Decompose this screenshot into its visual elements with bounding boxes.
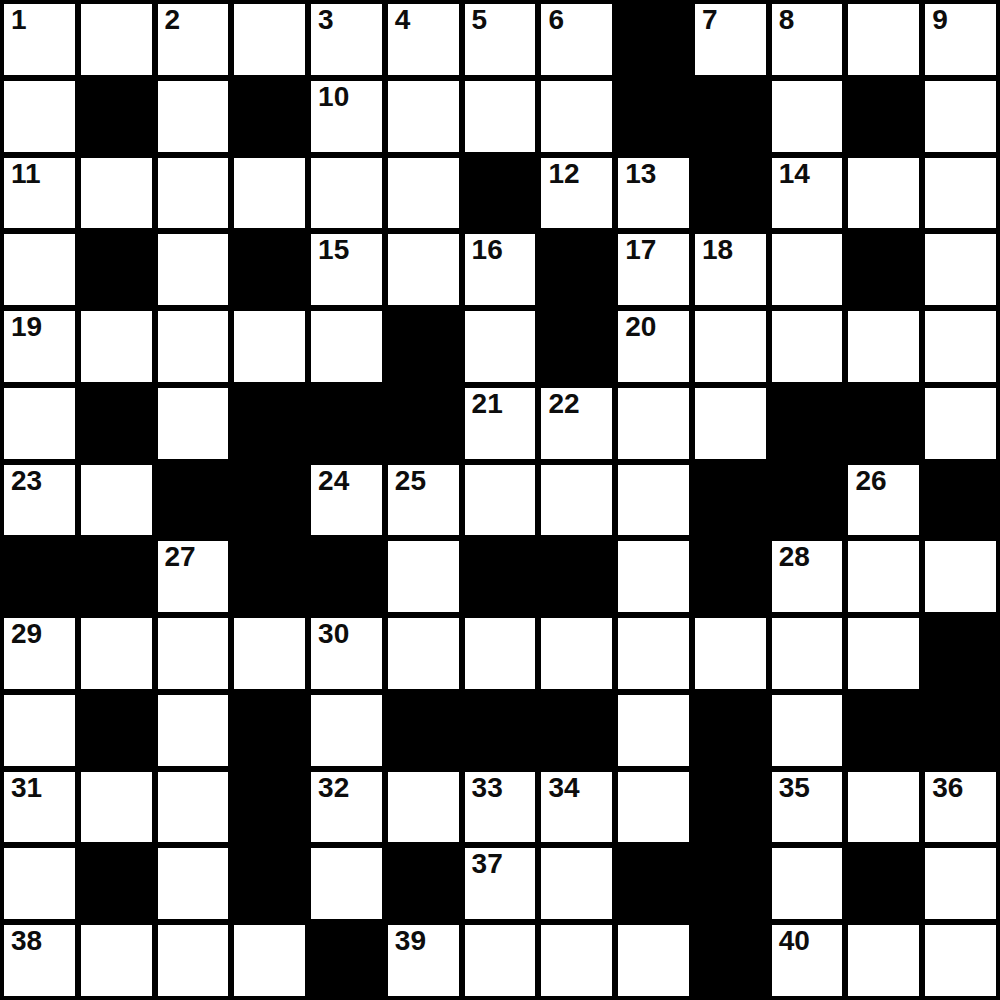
clue-number-17: 17 (625, 235, 656, 266)
cell-r6c1[interactable] (4, 388, 75, 459)
cell-r5c7[interactable] (465, 311, 536, 382)
cell-r1c8[interactable]: 6 (541, 4, 612, 75)
cell-r9c10[interactable] (695, 618, 766, 689)
cell-r10c9[interactable] (618, 695, 689, 766)
black-cell-r1c9 (618, 4, 689, 75)
cell-r6c13[interactable] (925, 388, 996, 459)
cell-r1c3[interactable]: 2 (158, 4, 229, 75)
clue-number-20: 20 (625, 312, 656, 343)
cell-r13c8[interactable] (541, 925, 612, 996)
cell-r11c13[interactable]: 36 (925, 772, 996, 843)
black-cell-r12c6 (388, 848, 459, 919)
cell-r5c1[interactable]: 19 (4, 311, 75, 382)
cell-r8c3[interactable]: 27 (158, 541, 229, 612)
cell-r1c6[interactable]: 4 (388, 4, 459, 75)
clue-number-27: 27 (165, 542, 196, 573)
clue-number-6: 6 (548, 5, 564, 36)
cell-r9c8[interactable] (541, 618, 612, 689)
cell-r3c9[interactable]: 13 (618, 158, 689, 229)
clue-number-12: 12 (548, 159, 579, 190)
cell-r9c4[interactable] (234, 618, 305, 689)
cell-r10c11[interactable] (772, 695, 843, 766)
clue-number-21: 21 (472, 389, 503, 420)
cell-r3c4[interactable] (234, 158, 305, 229)
cell-r7c5[interactable]: 24 (311, 465, 382, 536)
cell-r8c11[interactable]: 28 (772, 541, 843, 612)
black-cell-r2c2 (81, 81, 152, 152)
cell-r7c8[interactable] (541, 465, 612, 536)
black-cell-r2c9 (618, 81, 689, 152)
cell-r5c4[interactable] (234, 311, 305, 382)
black-cell-r12c9 (618, 848, 689, 919)
clue-number-1: 1 (11, 5, 27, 36)
black-cell-r12c12 (848, 848, 919, 919)
cell-r11c8[interactable]: 34 (541, 772, 612, 843)
cell-r9c7[interactable] (465, 618, 536, 689)
black-cell-r8c5 (311, 541, 382, 612)
clue-number-15: 15 (318, 235, 349, 266)
cell-r1c11[interactable]: 8 (772, 4, 843, 75)
cell-r13c6[interactable]: 39 (388, 925, 459, 996)
cell-r2c13[interactable] (925, 81, 996, 152)
clue-number-30: 30 (318, 619, 349, 650)
crossword-grid: 1234567891011121314151617181920212223242… (0, 0, 1000, 1000)
black-cell-r4c4 (234, 234, 305, 305)
black-cell-r10c10 (695, 695, 766, 766)
clue-number-13: 13 (625, 159, 656, 190)
cell-r6c7[interactable]: 21 (465, 388, 536, 459)
cell-r5c3[interactable] (158, 311, 229, 382)
cell-r7c1[interactable]: 23 (4, 465, 75, 536)
black-cell-r10c2 (81, 695, 152, 766)
cell-r6c3[interactable] (158, 388, 229, 459)
cell-r11c3[interactable] (158, 772, 229, 843)
cell-r12c7[interactable]: 37 (465, 848, 536, 919)
clue-number-19: 19 (11, 312, 42, 343)
cell-r9c11[interactable] (772, 618, 843, 689)
cell-r9c12[interactable] (848, 618, 919, 689)
cell-r8c9[interactable] (618, 541, 689, 612)
cell-r2c6[interactable] (388, 81, 459, 152)
cell-r6c8[interactable]: 22 (541, 388, 612, 459)
cell-r4c13[interactable] (925, 234, 996, 305)
cell-r4c7[interactable]: 16 (465, 234, 536, 305)
clue-number-26: 26 (855, 466, 886, 497)
clue-number-8: 8 (779, 5, 795, 36)
cell-r11c6[interactable] (388, 772, 459, 843)
cell-r13c13[interactable] (925, 925, 996, 996)
cell-r1c7[interactable]: 5 (465, 4, 536, 75)
clue-number-2: 2 (165, 5, 181, 36)
black-cell-r2c10 (695, 81, 766, 152)
clue-number-4: 4 (395, 5, 411, 36)
cell-r13c12[interactable] (848, 925, 919, 996)
cell-r11c2[interactable] (81, 772, 152, 843)
cell-r1c4[interactable] (234, 4, 305, 75)
cell-r8c13[interactable] (925, 541, 996, 612)
cell-r3c6[interactable] (388, 158, 459, 229)
black-cell-r8c7 (465, 541, 536, 612)
black-cell-r9c13 (925, 618, 996, 689)
black-cell-r8c8 (541, 541, 612, 612)
black-cell-r6c4 (234, 388, 305, 459)
black-cell-r10c13 (925, 695, 996, 766)
cell-r12c5[interactable] (311, 848, 382, 919)
clue-number-40: 40 (779, 926, 810, 957)
cell-r4c1[interactable] (4, 234, 75, 305)
black-cell-r10c8 (541, 695, 612, 766)
black-cell-r11c10 (695, 772, 766, 843)
black-cell-r8c2 (81, 541, 152, 612)
cell-r13c7[interactable] (465, 925, 536, 996)
black-cell-r4c2 (81, 234, 152, 305)
cell-r2c11[interactable] (772, 81, 843, 152)
cell-r5c5[interactable] (311, 311, 382, 382)
cell-r9c5[interactable]: 30 (311, 618, 382, 689)
clue-number-22: 22 (548, 389, 579, 420)
cell-r2c1[interactable] (4, 81, 75, 152)
cell-r3c3[interactable] (158, 158, 229, 229)
clue-number-28: 28 (779, 542, 810, 573)
black-cell-r10c7 (465, 695, 536, 766)
clue-number-23: 23 (11, 466, 42, 497)
cell-r2c7[interactable] (465, 81, 536, 152)
black-cell-r5c8 (541, 311, 612, 382)
cell-r9c6[interactable] (388, 618, 459, 689)
cell-r1c13[interactable]: 9 (925, 4, 996, 75)
cell-r12c1[interactable] (4, 848, 75, 919)
cell-r3c8[interactable]: 12 (541, 158, 612, 229)
cell-r4c5[interactable]: 15 (311, 234, 382, 305)
clue-number-10: 10 (318, 82, 349, 113)
cell-r7c2[interactable] (81, 465, 152, 536)
cell-r9c1[interactable]: 29 (4, 618, 75, 689)
clue-number-14: 14 (779, 159, 810, 190)
cell-r7c9[interactable] (618, 465, 689, 536)
black-cell-r12c4 (234, 848, 305, 919)
cell-r1c12[interactable] (848, 4, 919, 75)
cell-r13c3[interactable] (158, 925, 229, 996)
cell-r11c9[interactable] (618, 772, 689, 843)
cell-r3c11[interactable]: 14 (772, 158, 843, 229)
black-cell-r2c12 (848, 81, 919, 152)
cell-r4c11[interactable] (772, 234, 843, 305)
cell-r3c12[interactable] (848, 158, 919, 229)
cell-r4c3[interactable] (158, 234, 229, 305)
cell-r10c5[interactable] (311, 695, 382, 766)
black-cell-r12c2 (81, 848, 152, 919)
cell-r12c8[interactable] (541, 848, 612, 919)
cell-r5c12[interactable] (848, 311, 919, 382)
clue-number-32: 32 (318, 773, 349, 804)
cell-r6c10[interactable] (695, 388, 766, 459)
black-cell-r12c10 (695, 848, 766, 919)
cell-r3c2[interactable] (81, 158, 152, 229)
clue-number-3: 3 (318, 5, 334, 36)
black-cell-r6c12 (848, 388, 919, 459)
cell-r7c6[interactable]: 25 (388, 465, 459, 536)
clue-number-5: 5 (472, 5, 488, 36)
black-cell-r8c4 (234, 541, 305, 612)
cell-r3c1[interactable]: 11 (4, 158, 75, 229)
cell-r2c5[interactable]: 10 (311, 81, 382, 152)
cell-r1c2[interactable] (81, 4, 152, 75)
cell-r9c2[interactable] (81, 618, 152, 689)
black-cell-r11c4 (234, 772, 305, 843)
cell-r13c1[interactable]: 38 (4, 925, 75, 996)
clue-number-29: 29 (11, 619, 42, 650)
black-cell-r10c12 (848, 695, 919, 766)
black-cell-r7c3 (158, 465, 229, 536)
clue-number-25: 25 (395, 466, 426, 497)
cell-r13c9[interactable] (618, 925, 689, 996)
black-cell-r3c7 (465, 158, 536, 229)
clue-number-11: 11 (11, 159, 41, 190)
black-cell-r8c1 (4, 541, 75, 612)
cell-r7c12[interactable]: 26 (848, 465, 919, 536)
cell-r1c5[interactable]: 3 (311, 4, 382, 75)
cell-r3c13[interactable] (925, 158, 996, 229)
clue-number-35: 35 (779, 773, 810, 804)
cell-r2c8[interactable] (541, 81, 612, 152)
cell-r12c13[interactable] (925, 848, 996, 919)
clue-number-38: 38 (11, 926, 42, 957)
cell-r12c11[interactable] (772, 848, 843, 919)
black-cell-r6c6 (388, 388, 459, 459)
black-cell-r10c6 (388, 695, 459, 766)
cell-r3c5[interactable] (311, 158, 382, 229)
black-cell-r2c4 (234, 81, 305, 152)
cell-r11c7[interactable]: 33 (465, 772, 536, 843)
cell-r7c7[interactable] (465, 465, 536, 536)
cell-r5c2[interactable] (81, 311, 152, 382)
cell-r8c12[interactable] (848, 541, 919, 612)
black-cell-r7c13 (925, 465, 996, 536)
clue-number-37: 37 (472, 849, 503, 880)
cell-r11c1[interactable]: 31 (4, 772, 75, 843)
clue-number-31: 31 (11, 773, 42, 804)
clue-number-36: 36 (932, 773, 963, 804)
black-cell-r4c8 (541, 234, 612, 305)
cell-r12c3[interactable] (158, 848, 229, 919)
cell-r11c5[interactable]: 32 (311, 772, 382, 843)
cell-r8c6[interactable] (388, 541, 459, 612)
black-cell-r7c10 (695, 465, 766, 536)
cell-r13c11[interactable]: 40 (772, 925, 843, 996)
clue-number-39: 39 (395, 926, 426, 957)
black-cell-r8c10 (695, 541, 766, 612)
black-cell-r6c11 (772, 388, 843, 459)
clue-number-18: 18 (702, 235, 733, 266)
cell-r1c10[interactable]: 7 (695, 4, 766, 75)
cell-r11c12[interactable] (848, 772, 919, 843)
clue-number-7: 7 (702, 5, 718, 36)
cell-r13c2[interactable] (81, 925, 152, 996)
cell-r10c1[interactable] (4, 695, 75, 766)
cell-r6c9[interactable] (618, 388, 689, 459)
cell-r5c9[interactable]: 20 (618, 311, 689, 382)
cell-r9c9[interactable] (618, 618, 689, 689)
cell-r5c11[interactable] (772, 311, 843, 382)
cell-r1c1[interactable]: 1 (4, 4, 75, 75)
black-cell-r7c11 (772, 465, 843, 536)
cell-r4c6[interactable] (388, 234, 459, 305)
black-cell-r6c5 (311, 388, 382, 459)
clue-number-16: 16 (472, 235, 503, 266)
black-cell-r13c5 (311, 925, 382, 996)
clue-number-24: 24 (318, 466, 349, 497)
cell-r11c11[interactable]: 35 (772, 772, 843, 843)
cell-r13c4[interactable] (234, 925, 305, 996)
cell-r9c3[interactable] (158, 618, 229, 689)
black-cell-r3c10 (695, 158, 766, 229)
clue-number-9: 9 (932, 5, 948, 36)
cell-r10c3[interactable] (158, 695, 229, 766)
cell-r5c10[interactable] (695, 311, 766, 382)
black-cell-r5c6 (388, 311, 459, 382)
black-cell-r6c2 (81, 388, 152, 459)
black-cell-r13c10 (695, 925, 766, 996)
cell-r2c3[interactable] (158, 81, 229, 152)
clue-number-33: 33 (472, 773, 503, 804)
cell-r5c13[interactable] (925, 311, 996, 382)
cell-r4c10[interactable]: 18 (695, 234, 766, 305)
black-cell-r4c12 (848, 234, 919, 305)
cell-r4c9[interactable]: 17 (618, 234, 689, 305)
clue-number-34: 34 (548, 773, 579, 804)
black-cell-r10c4 (234, 695, 305, 766)
black-cell-r7c4 (234, 465, 305, 536)
